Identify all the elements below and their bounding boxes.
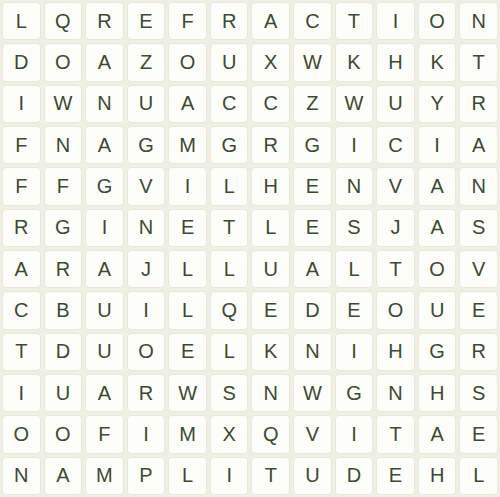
grid-cell[interactable]: E xyxy=(168,209,207,247)
grid-cell[interactable]: A xyxy=(2,250,41,288)
grid-cell[interactable]: K xyxy=(335,43,374,81)
grid-cell[interactable]: V xyxy=(127,167,166,205)
grid-cell[interactable]: F xyxy=(2,126,41,164)
grid-cell[interactable]: Y xyxy=(418,85,457,123)
grid-cell[interactable]: E xyxy=(335,291,374,329)
grid-cell[interactable]: T xyxy=(335,2,374,40)
grid-cell[interactable]: N xyxy=(293,333,332,371)
grid-cell[interactable]: Q xyxy=(210,291,249,329)
grid-cell[interactable]: J xyxy=(127,250,166,288)
grid-cell[interactable]: E xyxy=(127,2,166,40)
grid-cell[interactable]: U xyxy=(85,333,124,371)
grid-cell[interactable]: R xyxy=(210,2,249,40)
grid-cell[interactable]: R xyxy=(251,126,290,164)
grid-cell[interactable]: G xyxy=(44,209,83,247)
grid-cell[interactable]: L xyxy=(251,209,290,247)
grid-cell[interactable]: L xyxy=(335,250,374,288)
grid-cell[interactable]: K xyxy=(251,333,290,371)
grid-cell[interactable]: R xyxy=(127,374,166,412)
grid-cell[interactable]: N xyxy=(335,167,374,205)
grid-cell[interactable]: E xyxy=(376,457,415,495)
grid-cell[interactable]: S xyxy=(335,209,374,247)
grid-cell[interactable]: N xyxy=(251,374,290,412)
grid-cell[interactable]: S xyxy=(210,374,249,412)
grid-cell[interactable]: C xyxy=(2,291,41,329)
grid-cell[interactable]: A xyxy=(418,415,457,453)
grid-cell[interactable]: W xyxy=(293,374,332,412)
grid-cell[interactable]: F xyxy=(44,167,83,205)
grid-cell[interactable]: I xyxy=(418,126,457,164)
grid-cell[interactable]: M xyxy=(168,126,207,164)
grid-cell[interactable]: O xyxy=(44,43,83,81)
grid-cell[interactable]: I xyxy=(127,291,166,329)
grid-cell[interactable]: R xyxy=(459,333,498,371)
grid-cell[interactable]: L xyxy=(210,167,249,205)
grid-cell[interactable]: A xyxy=(44,457,83,495)
grid-cell[interactable]: L xyxy=(168,250,207,288)
grid-cell[interactable]: E xyxy=(459,415,498,453)
grid-cell[interactable]: O xyxy=(418,250,457,288)
grid-cell[interactable]: N xyxy=(2,457,41,495)
grid-cell[interactable]: X xyxy=(251,43,290,81)
grid-cell[interactable]: L xyxy=(168,457,207,495)
grid-cell[interactable]: N xyxy=(376,374,415,412)
grid-cell[interactable]: I xyxy=(335,333,374,371)
grid-cell[interactable]: T xyxy=(251,457,290,495)
grid-cell[interactable]: H xyxy=(376,43,415,81)
grid-cell[interactable]: C xyxy=(376,126,415,164)
grid-cell[interactable]: I xyxy=(376,2,415,40)
grid-cell[interactable]: D xyxy=(293,291,332,329)
grid-cell[interactable]: M xyxy=(168,415,207,453)
grid-cell[interactable]: W xyxy=(335,85,374,123)
grid-cell[interactable]: N xyxy=(459,167,498,205)
grid-cell[interactable]: U xyxy=(418,291,457,329)
grid-cell[interactable]: I xyxy=(2,85,41,123)
grid-cell[interactable]: E xyxy=(168,333,207,371)
grid-cell[interactable]: G xyxy=(418,333,457,371)
grid-cell[interactable]: V xyxy=(293,415,332,453)
grid-cell[interactable]: A xyxy=(418,167,457,205)
grid-cell[interactable]: V xyxy=(376,167,415,205)
grid-cell[interactable]: B xyxy=(44,291,83,329)
grid-cell[interactable]: A xyxy=(85,43,124,81)
grid-cell[interactable]: L xyxy=(168,291,207,329)
grid-cell[interactable]: Z xyxy=(127,43,166,81)
grid-cell[interactable]: A xyxy=(293,250,332,288)
grid-cell[interactable]: I xyxy=(335,415,374,453)
grid-cell[interactable]: D xyxy=(335,457,374,495)
grid-cell[interactable]: S xyxy=(459,374,498,412)
grid-cell[interactable]: C xyxy=(210,85,249,123)
grid-cell[interactable]: F xyxy=(168,2,207,40)
grid-cell[interactable]: H xyxy=(418,457,457,495)
grid-cell[interactable]: N xyxy=(85,85,124,123)
grid-cell[interactable]: N xyxy=(459,2,498,40)
grid-cell[interactable]: W xyxy=(293,43,332,81)
grid-cell[interactable]: U xyxy=(127,85,166,123)
grid-cell[interactable]: K xyxy=(418,43,457,81)
grid-cell[interactable]: D xyxy=(44,333,83,371)
grid-cell[interactable]: O xyxy=(127,333,166,371)
grid-cell[interactable]: F xyxy=(85,415,124,453)
grid-cell[interactable]: T xyxy=(376,415,415,453)
grid-cell[interactable]: S xyxy=(459,209,498,247)
grid-cell[interactable]: A xyxy=(459,126,498,164)
grid-cell[interactable]: I xyxy=(210,457,249,495)
grid-cell[interactable]: O xyxy=(376,291,415,329)
grid-cell[interactable]: M xyxy=(85,457,124,495)
grid-cell[interactable]: T xyxy=(2,333,41,371)
grid-cell[interactable]: U xyxy=(210,43,249,81)
grid-cell[interactable]: T xyxy=(376,250,415,288)
grid-cell[interactable]: F xyxy=(2,167,41,205)
grid-cell[interactable]: E xyxy=(251,291,290,329)
grid-cell[interactable]: A xyxy=(85,250,124,288)
grid-cell[interactable]: G xyxy=(127,126,166,164)
grid-cell[interactable]: I xyxy=(2,374,41,412)
grid-cell[interactable]: U xyxy=(44,374,83,412)
grid-cell[interactable]: U xyxy=(85,291,124,329)
grid-cell[interactable]: E xyxy=(459,291,498,329)
grid-cell[interactable]: C xyxy=(251,85,290,123)
grid-cell[interactable]: L xyxy=(210,333,249,371)
grid-cell[interactable]: O xyxy=(2,415,41,453)
grid-cell[interactable]: Z xyxy=(293,85,332,123)
grid-cell[interactable]: O xyxy=(44,415,83,453)
grid-cell[interactable]: J xyxy=(376,209,415,247)
grid-cell[interactable]: G xyxy=(335,374,374,412)
grid-cell[interactable]: W xyxy=(44,85,83,123)
grid-cell[interactable]: I xyxy=(127,415,166,453)
grid-cell[interactable]: G xyxy=(85,167,124,205)
grid-cell[interactable]: H xyxy=(418,374,457,412)
grid-cell[interactable]: L xyxy=(210,250,249,288)
grid-cell[interactable]: T xyxy=(459,43,498,81)
grid-cell[interactable]: P xyxy=(127,457,166,495)
grid-cell[interactable]: D xyxy=(2,43,41,81)
grid-cell[interactable]: E xyxy=(293,209,332,247)
grid-cell[interactable]: R xyxy=(459,85,498,123)
grid-cell[interactable]: Q xyxy=(44,2,83,40)
grid-cell[interactable]: U xyxy=(293,457,332,495)
grid-cell[interactable]: U xyxy=(376,85,415,123)
grid-cell[interactable]: I xyxy=(168,167,207,205)
grid-cell[interactable]: I xyxy=(335,126,374,164)
grid-cell[interactable]: G xyxy=(210,126,249,164)
grid-cell[interactable]: N xyxy=(44,126,83,164)
grid-cell[interactable]: A xyxy=(85,126,124,164)
grid-cell[interactable]: A xyxy=(168,85,207,123)
grid-cell[interactable]: T xyxy=(210,209,249,247)
grid-cell[interactable]: Q xyxy=(251,415,290,453)
grid-cell[interactable]: X xyxy=(210,415,249,453)
grid-cell[interactable]: O xyxy=(418,2,457,40)
grid-cell[interactable]: A xyxy=(85,374,124,412)
grid-cell[interactable]: I xyxy=(85,209,124,247)
grid-cell[interactable]: R xyxy=(85,2,124,40)
grid-cell[interactable]: C xyxy=(293,2,332,40)
grid-cell[interactable]: A xyxy=(251,2,290,40)
word-search-grid: LQREFRACTIONDOAZOUXWKHKTIWNUACCZWUYRFNAG… xyxy=(0,0,500,497)
grid-cell[interactable]: O xyxy=(168,43,207,81)
grid-cell[interactable]: U xyxy=(251,250,290,288)
grid-cell[interactable]: A xyxy=(418,209,457,247)
grid-cell[interactable]: R xyxy=(2,209,41,247)
grid-cell[interactable]: H xyxy=(376,333,415,371)
grid-cell[interactable]: V xyxy=(459,250,498,288)
grid-cell[interactable]: L xyxy=(2,2,41,40)
grid-cell[interactable]: R xyxy=(44,250,83,288)
grid-cell[interactable]: N xyxy=(127,209,166,247)
grid-cell[interactable]: H xyxy=(251,167,290,205)
grid-cell[interactable]: L xyxy=(459,457,498,495)
grid-cell[interactable]: W xyxy=(168,374,207,412)
grid-cell[interactable]: G xyxy=(293,126,332,164)
grid-cell[interactable]: E xyxy=(293,167,332,205)
